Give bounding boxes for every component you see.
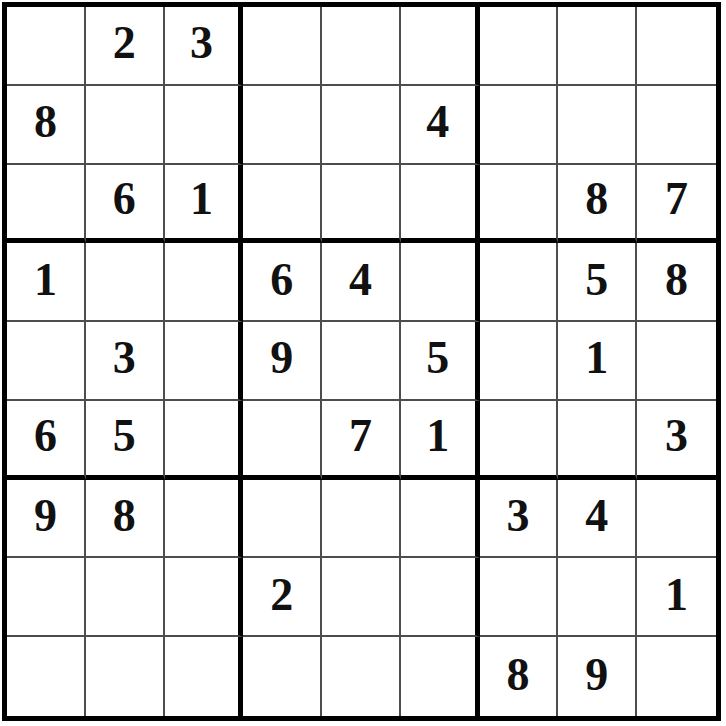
sudoku-cell[interactable] bbox=[243, 7, 322, 86]
sudoku-cell[interactable]: 8 bbox=[86, 480, 165, 559]
sudoku-cell[interactable] bbox=[637, 480, 716, 559]
sudoku-cell[interactable] bbox=[401, 637, 480, 716]
sudoku-cell[interactable] bbox=[165, 637, 244, 716]
sudoku-cell[interactable] bbox=[480, 558, 559, 637]
sudoku-cell[interactable] bbox=[322, 7, 401, 86]
sudoku-cell[interactable] bbox=[637, 322, 716, 401]
sudoku-cell[interactable] bbox=[165, 480, 244, 559]
sudoku-cell[interactable]: 3 bbox=[637, 401, 716, 480]
sudoku-cell[interactable] bbox=[401, 243, 480, 322]
sudoku-cell[interactable] bbox=[86, 243, 165, 322]
sudoku-cell[interactable]: 7 bbox=[322, 401, 401, 480]
sudoku-cell[interactable] bbox=[322, 322, 401, 401]
sudoku-cell[interactable] bbox=[7, 322, 86, 401]
sudoku-cell[interactable]: 5 bbox=[86, 401, 165, 480]
sudoku-cell[interactable] bbox=[165, 558, 244, 637]
sudoku-cell[interactable] bbox=[558, 86, 637, 165]
sudoku-cell[interactable] bbox=[322, 637, 401, 716]
sudoku-board-frame: 238461871645839516571398342189 bbox=[2, 2, 721, 721]
sudoku-cell[interactable]: 4 bbox=[322, 243, 401, 322]
sudoku-cell[interactable]: 8 bbox=[7, 86, 86, 165]
sudoku-cell[interactable]: 3 bbox=[480, 480, 559, 559]
sudoku-cell[interactable] bbox=[322, 86, 401, 165]
sudoku-cell[interactable] bbox=[558, 558, 637, 637]
sudoku-cell[interactable] bbox=[401, 480, 480, 559]
sudoku-cell[interactable]: 6 bbox=[86, 165, 165, 244]
sudoku-cell[interactable]: 4 bbox=[401, 86, 480, 165]
sudoku-cell[interactable] bbox=[7, 165, 86, 244]
sudoku-cell[interactable]: 5 bbox=[558, 243, 637, 322]
sudoku-cell[interactable] bbox=[86, 558, 165, 637]
sudoku-cell[interactable]: 2 bbox=[86, 7, 165, 86]
sudoku-cell[interactable] bbox=[243, 165, 322, 244]
sudoku-cell[interactable] bbox=[165, 86, 244, 165]
sudoku-cell[interactable] bbox=[322, 165, 401, 244]
sudoku-cell[interactable]: 1 bbox=[7, 243, 86, 322]
sudoku-cell[interactable] bbox=[401, 7, 480, 86]
sudoku-cell[interactable]: 1 bbox=[558, 322, 637, 401]
sudoku-cell[interactable]: 1 bbox=[637, 558, 716, 637]
sudoku-cell[interactable] bbox=[558, 7, 637, 86]
sudoku-cell[interactable] bbox=[637, 7, 716, 86]
sudoku-cell[interactable] bbox=[480, 86, 559, 165]
sudoku-board: 238461871645839516571398342189 bbox=[7, 7, 716, 716]
sudoku-cell[interactable] bbox=[558, 401, 637, 480]
sudoku-cell[interactable] bbox=[401, 558, 480, 637]
sudoku-cell[interactable]: 9 bbox=[558, 637, 637, 716]
sudoku-cell[interactable]: 2 bbox=[243, 558, 322, 637]
sudoku-cell[interactable]: 6 bbox=[7, 401, 86, 480]
sudoku-cell[interactable] bbox=[322, 480, 401, 559]
sudoku-cell[interactable] bbox=[401, 165, 480, 244]
sudoku-cell[interactable] bbox=[7, 558, 86, 637]
sudoku-cell[interactable] bbox=[480, 7, 559, 86]
sudoku-cell[interactable] bbox=[637, 86, 716, 165]
sudoku-cell[interactable]: 6 bbox=[243, 243, 322, 322]
sudoku-cell[interactable] bbox=[637, 637, 716, 716]
sudoku-cell[interactable]: 9 bbox=[7, 480, 86, 559]
sudoku-cell[interactable] bbox=[243, 86, 322, 165]
sudoku-cell[interactable] bbox=[165, 401, 244, 480]
sudoku-cell[interactable] bbox=[480, 165, 559, 244]
sudoku-cell[interactable]: 5 bbox=[401, 322, 480, 401]
sudoku-cell[interactable] bbox=[480, 322, 559, 401]
sudoku-cell[interactable]: 9 bbox=[243, 322, 322, 401]
sudoku-cell[interactable]: 8 bbox=[480, 637, 559, 716]
sudoku-cell[interactable]: 4 bbox=[558, 480, 637, 559]
sudoku-cell[interactable] bbox=[243, 637, 322, 716]
sudoku-cell[interactable]: 7 bbox=[637, 165, 716, 244]
sudoku-cell[interactable]: 1 bbox=[401, 401, 480, 480]
sudoku-cell[interactable] bbox=[243, 401, 322, 480]
sudoku-cell[interactable]: 1 bbox=[165, 165, 244, 244]
sudoku-cell[interactable]: 8 bbox=[558, 165, 637, 244]
sudoku-cell[interactable] bbox=[480, 243, 559, 322]
sudoku-cell[interactable] bbox=[86, 86, 165, 165]
sudoku-cell[interactable] bbox=[322, 558, 401, 637]
sudoku-cell[interactable]: 8 bbox=[637, 243, 716, 322]
sudoku-cell[interactable] bbox=[165, 322, 244, 401]
sudoku-cell[interactable] bbox=[7, 637, 86, 716]
sudoku-cell[interactable] bbox=[86, 637, 165, 716]
sudoku-cell[interactable] bbox=[243, 480, 322, 559]
sudoku-cell[interactable] bbox=[165, 243, 244, 322]
sudoku-cell[interactable]: 3 bbox=[86, 322, 165, 401]
sudoku-cell[interactable]: 3 bbox=[165, 7, 244, 86]
sudoku-cell[interactable] bbox=[480, 401, 559, 480]
sudoku-cell[interactable] bbox=[7, 7, 86, 86]
